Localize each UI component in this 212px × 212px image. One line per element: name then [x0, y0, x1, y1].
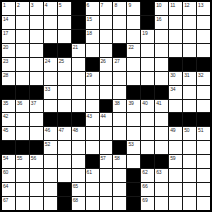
grid-cell[interactable]: 18 — [86, 30, 99, 43]
grid-cell[interactable] — [44, 30, 57, 43]
clue-number: 36 — [17, 100, 22, 106]
grid-cell[interactable] — [141, 113, 154, 126]
grid-cell[interactable] — [100, 30, 113, 43]
clue-number: 41 — [156, 100, 161, 106]
clue-number: 2 — [17, 2, 20, 8]
grid-cell[interactable] — [100, 169, 113, 182]
clue-number: 20 — [3, 44, 8, 50]
grid-cell[interactable] — [30, 127, 43, 140]
grid-cell[interactable] — [141, 44, 154, 57]
grid-cell[interactable] — [141, 141, 154, 154]
grid-cell[interactable]: 43 — [86, 113, 99, 126]
grid-cell[interactable]: 14 — [2, 16, 15, 29]
grid-cell[interactable] — [16, 30, 29, 43]
grid-cell[interactable]: 25 — [58, 58, 71, 71]
grid-cell[interactable]: 31 — [183, 72, 196, 85]
clue-number: 11 — [170, 2, 175, 8]
clue-number: 55 — [17, 155, 22, 161]
grid-cell[interactable] — [16, 72, 29, 85]
grid-cell[interactable]: 63 — [155, 169, 168, 182]
grid-cell[interactable] — [127, 127, 140, 140]
grid-cell[interactable] — [127, 72, 140, 85]
grid-cell[interactable] — [58, 100, 71, 113]
grid-cell[interactable] — [183, 197, 196, 210]
clue-number: 27 — [114, 58, 119, 64]
grid-cell[interactable]: 45 — [2, 127, 15, 140]
clue-number: 28 — [3, 72, 8, 78]
grid-cell[interactable] — [72, 100, 85, 113]
grid-cell[interactable] — [113, 127, 126, 140]
grid-cell[interactable] — [44, 72, 57, 85]
grid-cell[interactable]: 56 — [30, 155, 43, 168]
grid-cell[interactable] — [72, 86, 85, 99]
grid-cell[interactable] — [30, 169, 43, 182]
grid-cell[interactable] — [58, 155, 71, 168]
block-cell — [127, 183, 140, 196]
block-cell — [44, 113, 57, 126]
grid-cell[interactable] — [155, 72, 168, 85]
grid-cell[interactable] — [197, 183, 210, 196]
grid-cell[interactable]: 67 — [2, 197, 15, 210]
grid-cell[interactable]: 5 — [58, 2, 71, 15]
grid-cell[interactable] — [30, 183, 43, 196]
grid-cell[interactable]: 49 — [169, 127, 182, 140]
clue-number: 57 — [101, 155, 106, 161]
grid-cell[interactable]: 11 — [169, 2, 182, 15]
grid-cell[interactable] — [197, 86, 210, 99]
grid-cell[interactable] — [16, 197, 29, 210]
grid-cell[interactable]: 24 — [44, 58, 57, 71]
grid-cell[interactable] — [183, 169, 196, 182]
clue-number: 62 — [142, 169, 147, 175]
crossword-grid: 1234567891011121314151617181920212223242… — [0, 0, 212, 212]
grid-cell[interactable]: 65 — [72, 183, 85, 196]
grid-cell[interactable] — [169, 183, 182, 196]
block-cell — [100, 100, 113, 113]
grid-cell[interactable] — [86, 100, 99, 113]
grid-cell[interactable] — [58, 16, 71, 29]
clue-number: 18 — [87, 30, 92, 36]
grid-cell[interactable] — [141, 127, 154, 140]
grid-cell[interactable]: 16 — [155, 16, 168, 29]
clue-number: 7 — [101, 2, 104, 8]
grid-cell[interactable] — [30, 30, 43, 43]
clue-number: 52 — [45, 141, 50, 147]
grid-cell[interactable]: 22 — [127, 44, 140, 57]
grid-cell[interactable]: 42 — [2, 113, 15, 126]
grid-cell[interactable]: 23 — [2, 58, 15, 71]
grid-cell[interactable] — [183, 155, 196, 168]
grid-cell[interactable]: 46 — [44, 127, 57, 140]
grid-cell[interactable] — [44, 197, 57, 210]
grid-cell[interactable]: 54 — [2, 155, 15, 168]
grid-cell[interactable] — [72, 169, 85, 182]
grid-cell[interactable]: 17 — [2, 30, 15, 43]
grid-cell[interactable] — [127, 16, 140, 29]
grid-cell[interactable]: 33 — [44, 86, 57, 99]
grid-cell[interactable] — [16, 113, 29, 126]
clue-number: 39 — [128, 100, 133, 106]
grid-cell[interactable] — [197, 30, 210, 43]
grid-cell[interactable] — [169, 141, 182, 154]
grid-cell[interactable] — [58, 141, 71, 154]
block-cell — [183, 58, 196, 71]
block-cell — [141, 2, 154, 15]
grid-cell[interactable]: 55 — [16, 155, 29, 168]
grid-cell[interactable] — [183, 141, 196, 154]
grid-cell[interactable]: 36 — [16, 100, 29, 113]
grid-cell[interactable]: 59 — [169, 155, 182, 168]
grid-cell[interactable] — [155, 58, 168, 71]
block-cell — [155, 86, 168, 99]
grid-cell[interactable] — [86, 86, 99, 99]
grid-cell[interactable] — [30, 16, 43, 29]
clue-number: 49 — [170, 127, 175, 133]
block-cell — [44, 44, 57, 57]
clue-number: 43 — [87, 113, 92, 119]
block-cell — [86, 155, 99, 168]
grid-cell[interactable] — [183, 86, 196, 99]
grid-cell[interactable] — [183, 44, 196, 57]
clue-number: 5 — [59, 2, 62, 8]
clue-number: 65 — [73, 183, 78, 189]
block-cell — [58, 197, 71, 210]
grid-cell[interactable] — [58, 30, 71, 43]
grid-cell[interactable] — [169, 197, 182, 210]
clue-number: 44 — [101, 113, 106, 119]
clue-number: 34 — [170, 86, 175, 92]
clue-number: 13 — [198, 2, 203, 8]
clue-number: 48 — [73, 127, 78, 133]
grid-cell[interactable] — [113, 72, 126, 85]
grid-cell[interactable]: 64 — [2, 183, 15, 196]
clue-number: 29 — [87, 72, 92, 78]
grid-cell[interactable] — [197, 141, 210, 154]
grid-cell[interactable] — [113, 183, 126, 196]
clue-number: 16 — [156, 16, 161, 22]
grid-cell[interactable]: 3 — [30, 2, 43, 15]
block-cell — [72, 30, 85, 43]
block-cell — [58, 113, 71, 126]
block-cell — [86, 58, 99, 71]
clue-number: 1 — [3, 2, 6, 8]
block-cell — [169, 58, 182, 71]
grid-cell[interactable] — [169, 169, 182, 182]
clue-number: 22 — [128, 44, 133, 50]
clue-number: 37 — [31, 100, 36, 106]
grid-cell[interactable] — [100, 183, 113, 196]
grid-cell[interactable]: 50 — [183, 127, 196, 140]
clue-number: 33 — [45, 86, 50, 92]
clue-number: 6 — [87, 2, 90, 8]
clue-number: 10 — [156, 2, 161, 8]
clue-number: 58 — [114, 155, 119, 161]
grid-cell[interactable] — [127, 113, 140, 126]
block-cell — [2, 86, 15, 99]
grid-cell[interactable] — [183, 100, 196, 113]
grid-cell[interactable] — [86, 44, 99, 57]
grid-cell[interactable] — [86, 197, 99, 210]
block-cell — [30, 141, 43, 154]
grid-cell[interactable] — [72, 72, 85, 85]
grid-cell[interactable]: 26 — [100, 58, 113, 71]
block-cell — [72, 16, 85, 29]
grid-cell[interactable] — [113, 30, 126, 43]
clue-number: 60 — [3, 169, 8, 175]
grid-cell[interactable] — [141, 72, 154, 85]
clue-number: 4 — [45, 2, 48, 8]
grid-cell[interactable]: 48 — [72, 127, 85, 140]
clue-number: 66 — [142, 183, 147, 189]
grid-cell[interactable] — [197, 197, 210, 210]
grid-cell[interactable] — [169, 100, 182, 113]
grid-cell[interactable]: 69 — [141, 197, 154, 210]
grid-cell[interactable]: 57 — [100, 155, 113, 168]
grid-cell[interactable]: 68 — [72, 197, 85, 210]
grid-cell[interactable] — [197, 44, 210, 57]
clue-number: 19 — [142, 30, 147, 36]
block-cell — [2, 141, 15, 154]
grid-cell[interactable] — [169, 16, 182, 29]
grid-cell[interactable] — [100, 86, 113, 99]
grid-cell[interactable] — [16, 58, 29, 71]
grid-cell[interactable] — [141, 58, 154, 71]
grid-cell[interactable]: 39 — [127, 100, 140, 113]
grid-cell[interactable] — [197, 155, 210, 168]
clue-number: 64 — [3, 183, 8, 189]
clue-number: 46 — [45, 127, 50, 133]
grid-cell[interactable]: 34 — [169, 86, 182, 99]
clue-number: 45 — [3, 127, 8, 133]
block-cell — [113, 141, 126, 154]
grid-cell[interactable] — [44, 155, 57, 168]
grid-cell[interactable]: 41 — [155, 100, 168, 113]
block-cell — [155, 155, 168, 168]
clue-number: 12 — [184, 2, 189, 8]
clue-number: 24 — [45, 58, 50, 64]
block-cell — [58, 183, 71, 196]
grid-cell[interactable] — [16, 16, 29, 29]
grid-cell[interactable]: 40 — [141, 100, 154, 113]
grid-cell[interactable] — [113, 16, 126, 29]
grid-cell[interactable] — [100, 16, 113, 29]
clue-number: 23 — [3, 58, 8, 64]
grid-cell[interactable] — [127, 30, 140, 43]
grid-cell[interactable] — [197, 16, 210, 29]
block-cell — [197, 113, 210, 126]
grid-cell[interactable] — [155, 113, 168, 126]
grid-cell[interactable] — [127, 58, 140, 71]
crossword-puzzle: 1234567891011121314151617181920212223242… — [0, 0, 212, 212]
block-cell — [127, 169, 140, 182]
grid-cell[interactable] — [30, 72, 43, 85]
grid-cell[interactable] — [155, 44, 168, 57]
clue-number: 26 — [101, 58, 106, 64]
grid-cell[interactable] — [16, 169, 29, 182]
grid-cell[interactable]: 20 — [2, 44, 15, 57]
clue-number: 59 — [170, 155, 175, 161]
grid-cell[interactable] — [44, 183, 57, 196]
grid-cell[interactable] — [155, 197, 168, 210]
grid-cell[interactable]: 66 — [141, 183, 154, 196]
block-cell — [141, 86, 154, 99]
grid-cell[interactable] — [44, 16, 57, 29]
grid-cell[interactable]: 8 — [113, 2, 126, 15]
grid-cell[interactable] — [100, 72, 113, 85]
grid-cell[interactable] — [113, 113, 126, 126]
grid-cell[interactable] — [113, 86, 126, 99]
block-cell — [30, 86, 43, 99]
grid-cell[interactable]: 30 — [169, 72, 182, 85]
grid-cell[interactable]: 52 — [44, 141, 57, 154]
grid-cell[interactable] — [169, 44, 182, 57]
grid-cell[interactable]: 37 — [30, 100, 43, 113]
clue-number: 32 — [198, 72, 203, 78]
grid-cell[interactable] — [100, 44, 113, 57]
grid-cell[interactable] — [30, 113, 43, 126]
grid-cell[interactable]: 62 — [141, 169, 154, 182]
grid-cell[interactable]: 27 — [113, 58, 126, 71]
grid-cell[interactable] — [86, 183, 99, 196]
block-cell — [72, 113, 85, 126]
grid-cell[interactable]: 58 — [113, 155, 126, 168]
clue-number: 69 — [142, 197, 147, 203]
block-cell — [127, 197, 140, 210]
block-cell — [16, 141, 29, 154]
clue-number: 61 — [87, 169, 92, 175]
grid-cell[interactable] — [197, 100, 210, 113]
grid-cell[interactable]: 28 — [2, 72, 15, 85]
grid-cell[interactable]: 10 — [155, 2, 168, 15]
clue-number: 35 — [3, 100, 8, 106]
grid-cell[interactable]: 1 — [2, 2, 15, 15]
clue-number: 68 — [73, 197, 78, 203]
clue-number: 3 — [31, 2, 34, 8]
grid-cell[interactable]: 2 — [16, 2, 29, 15]
grid-cell[interactable] — [100, 197, 113, 210]
clue-number: 47 — [59, 127, 64, 133]
grid-cell[interactable]: 13 — [197, 2, 210, 15]
grid-cell[interactable] — [155, 183, 168, 196]
grid-cell[interactable]: 44 — [100, 113, 113, 126]
grid-cell[interactable] — [100, 141, 113, 154]
grid-cell[interactable] — [113, 197, 126, 210]
grid-cell[interactable]: 7 — [100, 2, 113, 15]
grid-cell[interactable] — [16, 44, 29, 57]
block-cell — [141, 16, 154, 29]
grid-cell[interactable] — [16, 183, 29, 196]
grid-cell[interactable] — [30, 197, 43, 210]
grid-cell[interactable] — [155, 141, 168, 154]
grid-cell[interactable] — [100, 127, 113, 140]
grid-cell[interactable] — [197, 169, 210, 182]
block-cell — [58, 44, 71, 57]
clue-number: 40 — [142, 100, 147, 106]
clue-number: 31 — [184, 72, 189, 78]
grid-cell[interactable]: 6 — [86, 2, 99, 15]
clue-number: 56 — [31, 155, 36, 161]
clue-number: 63 — [156, 169, 161, 175]
clue-number: 38 — [114, 100, 119, 106]
grid-cell[interactable] — [183, 16, 196, 29]
grid-cell[interactable] — [30, 44, 43, 57]
grid-cell[interactable]: 35 — [2, 100, 15, 113]
block-cell — [141, 155, 154, 168]
grid-cell[interactable]: 61 — [86, 169, 99, 182]
grid-cell[interactable] — [44, 169, 57, 182]
block-cell — [183, 113, 196, 126]
grid-cell[interactable] — [86, 141, 99, 154]
clue-number: 30 — [170, 72, 175, 78]
grid-cell[interactable]: 9 — [127, 2, 140, 15]
clue-number: 42 — [3, 113, 8, 119]
grid-cell[interactable] — [30, 58, 43, 71]
grid-cell[interactable]: 38 — [113, 100, 126, 113]
grid-cell[interactable] — [183, 30, 196, 43]
clue-number: 53 — [128, 141, 133, 147]
grid-cell[interactable]: 21 — [72, 44, 85, 57]
grid-cell[interactable]: 19 — [141, 30, 154, 43]
grid-cell[interactable] — [155, 30, 168, 43]
clue-number: 25 — [59, 58, 64, 64]
grid-cell[interactable] — [58, 86, 71, 99]
grid-cell[interactable] — [58, 72, 71, 85]
grid-cell[interactable] — [183, 183, 196, 196]
clue-number: 54 — [3, 155, 8, 161]
clue-number: 67 — [3, 197, 8, 203]
block-cell — [127, 86, 140, 99]
grid-cell[interactable]: 53 — [127, 141, 140, 154]
grid-cell[interactable] — [72, 58, 85, 71]
clue-number: 15 — [87, 16, 92, 22]
grid-cell[interactable]: 12 — [183, 2, 196, 15]
grid-cell[interactable] — [44, 100, 57, 113]
clue-number: 17 — [3, 30, 8, 36]
grid-cell[interactable] — [169, 30, 182, 43]
grid-cell[interactable]: 51 — [197, 127, 210, 140]
clue-number: 8 — [114, 2, 117, 8]
grid-cell[interactable] — [113, 169, 126, 182]
block-cell — [16, 86, 29, 99]
grid-cell[interactable] — [155, 127, 168, 140]
grid-cell[interactable] — [58, 169, 71, 182]
clue-number: 9 — [128, 2, 131, 8]
clue-number: 21 — [73, 44, 78, 50]
grid-cell[interactable]: 47 — [58, 127, 71, 140]
grid-cell[interactable]: 29 — [86, 72, 99, 85]
clue-number: 14 — [3, 16, 8, 22]
grid-cell[interactable] — [127, 155, 140, 168]
block-cell — [113, 44, 126, 57]
grid-cell[interactable]: 32 — [197, 72, 210, 85]
clue-number: 51 — [198, 127, 203, 133]
block-cell — [169, 113, 182, 126]
block-cell — [197, 58, 210, 71]
block-cell — [72, 2, 85, 15]
grid-cell[interactable] — [72, 155, 85, 168]
grid-cell[interactable] — [86, 127, 99, 140]
grid-cell[interactable] — [16, 127, 29, 140]
grid-cell[interactable]: 60 — [2, 169, 15, 182]
clue-number: 50 — [184, 127, 189, 133]
grid-cell[interactable]: 4 — [44, 2, 57, 15]
grid-cell[interactable]: 15 — [86, 16, 99, 29]
grid-cell[interactable] — [72, 141, 85, 154]
